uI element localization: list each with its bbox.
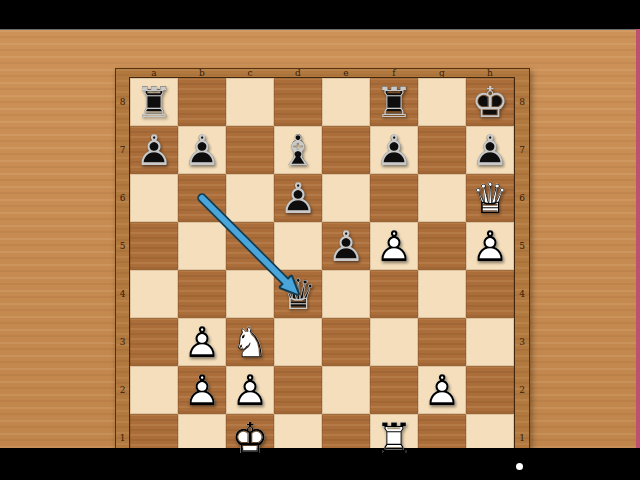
- square-e6[interactable]: [322, 174, 370, 222]
- square-e3[interactable]: [322, 318, 370, 366]
- pawn-outline-glyph: ♙: [322, 222, 370, 270]
- black-pawn[interactable]: ♟♙: [130, 126, 178, 174]
- square-h4[interactable]: [466, 270, 514, 318]
- rook-outline-glyph: ♖: [130, 78, 178, 126]
- rank-label-4: 4: [515, 270, 529, 318]
- square-c6[interactable]: [226, 174, 274, 222]
- square-d5[interactable]: [274, 222, 322, 270]
- square-h6[interactable]: ♛♕: [466, 174, 514, 222]
- king-outline-glyph: ♔: [466, 78, 514, 126]
- rank-label-2: 2: [515, 366, 529, 414]
- square-d3[interactable]: [274, 318, 322, 366]
- white-pawn[interactable]: ♟♙: [370, 222, 418, 270]
- square-a4[interactable]: [130, 270, 178, 318]
- black-pawn[interactable]: ♟♙: [178, 126, 226, 174]
- rook-outline-glyph: ♖: [370, 414, 418, 462]
- knight-outline-glyph: ♘: [226, 318, 274, 366]
- pawn-outline-glyph: ♙: [274, 174, 322, 222]
- black-bishop[interactable]: ♝♗: [274, 126, 322, 174]
- rank-labels-right: 87654321: [515, 78, 529, 462]
- square-b8[interactable]: [178, 78, 226, 126]
- square-c7[interactable]: [226, 126, 274, 174]
- pawn-outline-glyph: ♙: [370, 222, 418, 270]
- pawn-outline-glyph: ♙: [466, 126, 514, 174]
- table-background: abcdefgh abcdefgh 87654321 87654321 ♜♖♜♖…: [0, 29, 640, 449]
- square-d7[interactable]: ♝♗: [274, 126, 322, 174]
- rank-label-5: 5: [515, 222, 529, 270]
- square-c4[interactable]: [226, 270, 274, 318]
- rank-label-3: 3: [116, 318, 129, 366]
- square-g3[interactable]: [418, 318, 466, 366]
- square-e8[interactable]: [322, 78, 370, 126]
- square-f7[interactable]: ♟♙: [370, 126, 418, 174]
- board-squares: ♜♖♜♖♚♔♟♙♟♙♝♗♟♙♟♙♟♙♛♕♟♙♟♙♟♙♛♕♟♙♞♘♟♙♟♙♟♙♚♔…: [129, 77, 515, 463]
- square-d2[interactable]: [274, 366, 322, 414]
- rank-label-6: 6: [116, 174, 129, 222]
- black-queen[interactable]: ♛♕: [274, 270, 322, 318]
- side-to-move-indicator: [516, 463, 523, 470]
- square-a2[interactable]: [130, 366, 178, 414]
- pawn-outline-glyph: ♙: [226, 366, 274, 414]
- rank-label-8: 8: [116, 78, 129, 126]
- square-f1[interactable]: ♜♖: [370, 414, 418, 462]
- black-pawn[interactable]: ♟♙: [370, 126, 418, 174]
- black-king[interactable]: ♚♔: [466, 78, 514, 126]
- rank-label-3: 3: [515, 318, 529, 366]
- letterbox-top: [0, 0, 640, 29]
- square-f3[interactable]: [370, 318, 418, 366]
- pawn-outline-glyph: ♙: [178, 126, 226, 174]
- rank-label-5: 5: [116, 222, 129, 270]
- rank-label-8: 8: [515, 78, 529, 126]
- rank-label-2: 2: [116, 366, 129, 414]
- file-labels-top: abcdefgh: [130, 69, 514, 77]
- square-c8[interactable]: [226, 78, 274, 126]
- black-rook[interactable]: ♜♖: [130, 78, 178, 126]
- square-c2[interactable]: ♟♙: [226, 366, 274, 414]
- rank-label-7: 7: [515, 126, 529, 174]
- square-h8[interactable]: ♚♔: [466, 78, 514, 126]
- black-rook[interactable]: ♜♖: [370, 78, 418, 126]
- rank-labels-left: 87654321: [116, 78, 129, 462]
- pawn-outline-glyph: ♙: [370, 126, 418, 174]
- square-h2[interactable]: [466, 366, 514, 414]
- rank-label-6: 6: [515, 174, 529, 222]
- square-d4[interactable]: ♛♕: [274, 270, 322, 318]
- white-pawn[interactable]: ♟♙: [178, 318, 226, 366]
- white-pawn[interactable]: ♟♙: [178, 366, 226, 414]
- square-f6[interactable]: [370, 174, 418, 222]
- white-pawn[interactable]: ♟♙: [466, 222, 514, 270]
- black-pawn[interactable]: ♟♙: [274, 174, 322, 222]
- square-f2[interactable]: [370, 366, 418, 414]
- right-edge-strip: [636, 29, 640, 448]
- square-a8[interactable]: ♜♖: [130, 78, 178, 126]
- square-e4[interactable]: [322, 270, 370, 318]
- bishop-outline-glyph: ♗: [274, 126, 322, 174]
- square-c3[interactable]: ♞♘: [226, 318, 274, 366]
- white-queen[interactable]: ♛♕: [466, 174, 514, 222]
- square-e2[interactable]: [322, 366, 370, 414]
- square-f8[interactable]: ♜♖: [370, 78, 418, 126]
- king-outline-glyph: ♔: [226, 414, 274, 462]
- square-g2[interactable]: ♟♙: [418, 366, 466, 414]
- rook-outline-glyph: ♖: [370, 78, 418, 126]
- square-h3[interactable]: [466, 318, 514, 366]
- square-b5[interactable]: [178, 222, 226, 270]
- black-pawn[interactable]: ♟♙: [466, 126, 514, 174]
- pawn-outline-glyph: ♙: [466, 222, 514, 270]
- white-knight[interactable]: ♞♘: [226, 318, 274, 366]
- square-f4[interactable]: [370, 270, 418, 318]
- square-g8[interactable]: [418, 78, 466, 126]
- pawn-outline-glyph: ♙: [418, 366, 466, 414]
- video-frame: abcdefgh abcdefgh 87654321 87654321 ♜♖♜♖…: [0, 0, 640, 480]
- letterbox-bottom: [0, 448, 640, 480]
- queen-outline-glyph: ♕: [274, 270, 322, 318]
- square-g6[interactable]: [418, 174, 466, 222]
- square-b4[interactable]: [178, 270, 226, 318]
- rank-label-4: 4: [116, 270, 129, 318]
- white-pawn[interactable]: ♟♙: [418, 366, 466, 414]
- pawn-outline-glyph: ♙: [178, 318, 226, 366]
- square-f5[interactable]: ♟♙: [370, 222, 418, 270]
- square-e7[interactable]: [322, 126, 370, 174]
- pawn-outline-glyph: ♙: [130, 126, 178, 174]
- rank-label-7: 7: [116, 126, 129, 174]
- square-g4[interactable]: [418, 270, 466, 318]
- square-c5[interactable]: [226, 222, 274, 270]
- square-a7[interactable]: ♟♙: [130, 126, 178, 174]
- square-b2[interactable]: ♟♙: [178, 366, 226, 414]
- square-b3[interactable]: ♟♙: [178, 318, 226, 366]
- square-h5[interactable]: ♟♙: [466, 222, 514, 270]
- black-pawn[interactable]: ♟♙: [322, 222, 370, 270]
- square-b6[interactable]: [178, 174, 226, 222]
- white-pawn[interactable]: ♟♙: [226, 366, 274, 414]
- square-c1[interactable]: ♚♔: [226, 414, 274, 462]
- white-rook[interactable]: ♜♖: [370, 414, 418, 462]
- square-e5[interactable]: ♟♙: [322, 222, 370, 270]
- white-king[interactable]: ♚♔: [226, 414, 274, 462]
- square-d8[interactable]: [274, 78, 322, 126]
- square-a5[interactable]: [130, 222, 178, 270]
- chess-board: abcdefgh abcdefgh 87654321 87654321 ♜♖♜♖…: [115, 68, 530, 476]
- square-g7[interactable]: [418, 126, 466, 174]
- square-h7[interactable]: ♟♙: [466, 126, 514, 174]
- square-b7[interactable]: ♟♙: [178, 126, 226, 174]
- square-a3[interactable]: [130, 318, 178, 366]
- square-d6[interactable]: ♟♙: [274, 174, 322, 222]
- square-a6[interactable]: [130, 174, 178, 222]
- pawn-outline-glyph: ♙: [178, 366, 226, 414]
- square-g5[interactable]: [418, 222, 466, 270]
- queen-outline-glyph: ♕: [466, 174, 514, 222]
